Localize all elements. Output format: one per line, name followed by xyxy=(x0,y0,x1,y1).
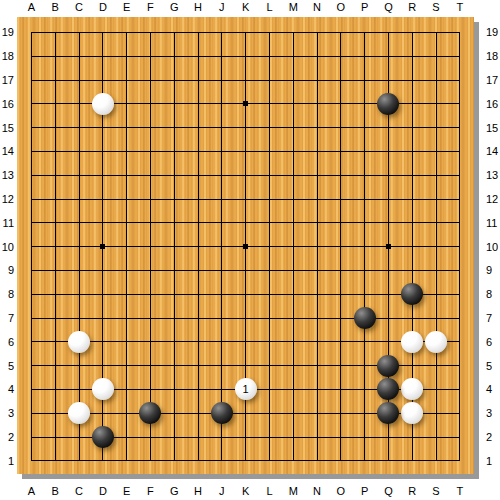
row-label: 14 xyxy=(485,140,500,164)
column-labels-top: ABCDEFGHJKLMNOPQRST xyxy=(20,1,472,14)
column-label: O xyxy=(329,1,353,14)
stone-black-F3[interactable] xyxy=(139,402,161,424)
column-label: N xyxy=(305,1,329,14)
row-label: 9 xyxy=(485,259,500,283)
stone-white-K4[interactable]: 1 xyxy=(235,378,257,400)
row-label: 5 xyxy=(485,354,500,378)
stone-white-C3[interactable] xyxy=(68,402,90,424)
row-label: 2 xyxy=(485,425,500,449)
row-label: 2 xyxy=(0,425,15,449)
row-label: 17 xyxy=(0,68,15,92)
column-label: S xyxy=(424,485,448,498)
column-label: H xyxy=(186,1,210,14)
column-label: G xyxy=(162,1,186,14)
stone-white-R6[interactable] xyxy=(401,331,423,353)
row-label: 12 xyxy=(0,187,15,211)
row-label: 13 xyxy=(485,163,500,187)
move-number-label: 1 xyxy=(243,384,249,395)
stones-grid: 1 xyxy=(20,21,472,473)
go-board[interactable]: 1 xyxy=(17,17,474,474)
row-label: 6 xyxy=(0,330,15,354)
row-label: 8 xyxy=(0,282,15,306)
column-label: D xyxy=(91,485,115,498)
stone-black-Q16[interactable] xyxy=(377,93,399,115)
column-label: B xyxy=(43,485,67,498)
stone-white-R3[interactable] xyxy=(401,402,423,424)
row-label: 13 xyxy=(0,163,15,187)
row-label: 4 xyxy=(0,378,15,402)
column-label: T xyxy=(448,485,472,498)
column-label: M xyxy=(281,1,305,14)
column-label: A xyxy=(20,1,44,14)
column-label: B xyxy=(43,1,67,14)
go-board-diagram: ABCDEFGHJKLMNOPQRST ABCDEFGHJKLMNOPQRST … xyxy=(0,0,500,500)
row-label: 7 xyxy=(485,306,500,330)
stone-black-Q3[interactable] xyxy=(377,402,399,424)
row-label: 11 xyxy=(0,211,15,235)
row-label: 8 xyxy=(485,282,500,306)
row-label: 16 xyxy=(485,92,500,116)
row-label: 16 xyxy=(0,92,15,116)
column-label: Q xyxy=(377,1,401,14)
row-label: 10 xyxy=(0,235,15,259)
column-label: E xyxy=(115,1,139,14)
stone-white-R4[interactable] xyxy=(401,378,423,400)
row-label: 18 xyxy=(0,44,15,68)
stone-black-R8[interactable] xyxy=(401,283,423,305)
column-label: S xyxy=(424,1,448,14)
column-label: R xyxy=(400,1,424,14)
stone-white-S6[interactable] xyxy=(425,331,447,353)
row-label: 3 xyxy=(485,401,500,425)
row-label: 12 xyxy=(485,187,500,211)
row-label: 6 xyxy=(485,330,500,354)
row-label: 19 xyxy=(485,21,500,45)
row-label: 18 xyxy=(485,44,500,68)
row-label: 1 xyxy=(485,449,500,473)
row-label: 19 xyxy=(0,21,15,45)
column-label: E xyxy=(115,485,139,498)
row-label: 7 xyxy=(0,306,15,330)
row-label: 11 xyxy=(485,211,500,235)
column-label: F xyxy=(139,1,163,14)
stone-black-J3[interactable] xyxy=(211,402,233,424)
column-label: L xyxy=(258,485,282,498)
column-label: J xyxy=(210,485,234,498)
stone-black-Q5[interactable] xyxy=(377,355,399,377)
column-label: D xyxy=(91,1,115,14)
column-label: N xyxy=(305,485,329,498)
row-label: 15 xyxy=(485,116,500,140)
column-label: K xyxy=(234,1,258,14)
column-label: R xyxy=(400,485,424,498)
row-label: 3 xyxy=(0,401,15,425)
row-label: 9 xyxy=(0,259,15,283)
row-label: 14 xyxy=(0,140,15,164)
column-label: G xyxy=(162,485,186,498)
stone-white-D16[interactable] xyxy=(92,93,114,115)
column-label: C xyxy=(67,485,91,498)
column-label: Q xyxy=(377,485,401,498)
column-label: O xyxy=(329,485,353,498)
column-label: M xyxy=(281,485,305,498)
row-label: 15 xyxy=(0,116,15,140)
stone-black-D2[interactable] xyxy=(92,426,114,448)
column-label: C xyxy=(67,1,91,14)
column-label: P xyxy=(353,485,377,498)
row-labels-right: 19181716151413121110987654321 xyxy=(485,21,500,473)
stone-white-C6[interactable] xyxy=(68,331,90,353)
row-label: 1 xyxy=(0,449,15,473)
stone-black-Q4[interactable] xyxy=(377,378,399,400)
column-label: L xyxy=(258,1,282,14)
column-label: H xyxy=(186,485,210,498)
column-label: J xyxy=(210,1,234,14)
row-label: 5 xyxy=(0,354,15,378)
column-labels-bottom: ABCDEFGHJKLMNOPQRST xyxy=(20,485,472,498)
row-label: 17 xyxy=(485,68,500,92)
stone-black-P7[interactable] xyxy=(354,307,376,329)
column-label: K xyxy=(234,485,258,498)
row-label: 10 xyxy=(485,235,500,259)
column-label: P xyxy=(353,1,377,14)
row-label: 4 xyxy=(485,378,500,402)
row-labels-left: 19181716151413121110987654321 xyxy=(0,21,15,473)
column-label: A xyxy=(20,485,44,498)
column-label: T xyxy=(448,1,472,14)
column-label: F xyxy=(139,485,163,498)
stone-white-D4[interactable] xyxy=(92,378,114,400)
